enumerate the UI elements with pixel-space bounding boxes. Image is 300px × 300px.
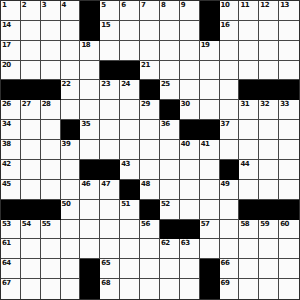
grid-cell[interactable] (120, 259, 140, 279)
grid-cell[interactable] (239, 61, 259, 81)
clue-number: 40 (181, 140, 190, 148)
clue-number: 21 (141, 61, 150, 69)
grid-cell[interactable]: 40 (180, 140, 200, 160)
grid-cell[interactable] (180, 200, 200, 220)
grid-cell[interactable] (220, 100, 240, 120)
clue-number: 4 (62, 1, 66, 9)
grid-cell[interactable] (259, 61, 279, 81)
grid-cell[interactable] (21, 21, 41, 41)
grid-cell[interactable] (61, 61, 81, 81)
clue-number: 23 (101, 80, 110, 88)
clue-number: 68 (101, 279, 110, 287)
black-cell (200, 21, 220, 41)
grid-cell[interactable]: 35 (80, 120, 100, 140)
clue-number: 3 (42, 1, 46, 9)
grid-cell[interactable] (120, 41, 140, 61)
grid-cell[interactable] (180, 180, 200, 200)
grid-cell[interactable] (120, 140, 140, 160)
grid-cell[interactable]: 10 (220, 1, 240, 21)
grid-cell[interactable]: 11 (239, 1, 259, 21)
grid-cell[interactable] (120, 279, 140, 299)
clue-number: 39 (62, 140, 71, 148)
black-cell (200, 120, 220, 140)
grid-cell[interactable] (21, 239, 41, 259)
grid-cell[interactable] (21, 279, 41, 299)
grid-cell[interactable]: 41 (200, 140, 220, 160)
clue-number: 25 (161, 80, 170, 88)
grid-cell[interactable] (120, 120, 140, 140)
black-cell (140, 200, 160, 220)
clue-number: 51 (121, 200, 130, 208)
grid-cell[interactable] (120, 220, 140, 240)
grid-cell[interactable] (259, 21, 279, 41)
grid-cell[interactable] (160, 279, 180, 299)
grid-cell[interactable] (259, 239, 279, 259)
clue-number: 2 (22, 1, 26, 9)
grid-cell[interactable] (239, 180, 259, 200)
black-cell (259, 200, 279, 220)
grid-cell[interactable] (160, 180, 180, 200)
grid-cell[interactable] (21, 180, 41, 200)
grid-cell[interactable]: 65 (100, 259, 120, 279)
grid-cell[interactable] (140, 120, 160, 140)
grid-cell[interactable]: 57 (200, 220, 220, 240)
grid-cell[interactable] (180, 160, 200, 180)
clue-number: 44 (240, 160, 249, 168)
grid-cell[interactable] (80, 100, 100, 120)
clue-number: 58 (240, 220, 249, 228)
grid-cell[interactable]: 37 (220, 120, 240, 140)
grid-cell[interactable] (220, 41, 240, 61)
grid-cell[interactable] (220, 200, 240, 220)
grid-cell[interactable] (61, 160, 81, 180)
grid-cell[interactable] (41, 239, 61, 259)
grid-cell[interactable] (279, 279, 299, 299)
grid-cell[interactable] (140, 160, 160, 180)
black-cell (259, 80, 279, 100)
clue-number: 30 (181, 100, 190, 108)
grid-cell[interactable] (200, 100, 220, 120)
grid-cell[interactable] (41, 259, 61, 279)
clue-number: 19 (201, 41, 210, 49)
grid-cell[interactable] (61, 100, 81, 120)
grid-cell[interactable] (140, 239, 160, 259)
clue-number: 64 (2, 259, 11, 267)
grid-cell[interactable] (200, 200, 220, 220)
grid-cell[interactable] (61, 220, 81, 240)
grid-cell[interactable] (200, 239, 220, 259)
clue-number: 12 (260, 1, 269, 9)
clue-number: 65 (101, 259, 110, 267)
grid-cell[interactable] (160, 259, 180, 279)
clue-number: 18 (81, 41, 90, 49)
black-cell (80, 1, 100, 21)
grid-cell[interactable] (279, 120, 299, 140)
grid-cell[interactable] (41, 279, 61, 299)
grid-cell[interactable] (239, 21, 259, 41)
black-cell (100, 160, 120, 180)
clue-number: 69 (221, 279, 230, 287)
grid-cell[interactable] (41, 160, 61, 180)
grid-cell[interactable]: 33 (279, 100, 299, 120)
grid-cell[interactable]: 45 (1, 180, 21, 200)
clue-number: 47 (101, 180, 110, 188)
grid-cell[interactable]: 54 (21, 220, 41, 240)
black-cell (100, 61, 120, 81)
clue-number: 7 (141, 1, 145, 9)
grid-cell[interactable]: 63 (180, 239, 200, 259)
grid-cell[interactable] (21, 140, 41, 160)
black-cell (1, 80, 21, 100)
grid-cell[interactable]: 67 (1, 279, 21, 299)
grid-cell[interactable] (160, 21, 180, 41)
grid-cell[interactable]: 34 (1, 120, 21, 140)
grid-cell[interactable]: 32 (259, 100, 279, 120)
grid-cell[interactable] (100, 140, 120, 160)
grid-cell[interactable] (80, 140, 100, 160)
grid-cell[interactable] (100, 120, 120, 140)
clue-number: 13 (280, 1, 289, 9)
grid-cell[interactable]: 22 (61, 80, 81, 100)
black-cell (200, 1, 220, 21)
grid-cell[interactable] (140, 140, 160, 160)
grid-cell[interactable]: 25 (160, 80, 180, 100)
grid-cell[interactable] (61, 180, 81, 200)
grid-cell[interactable]: 36 (160, 120, 180, 140)
grid-cell[interactable] (180, 41, 200, 61)
black-cell (120, 61, 140, 81)
grid-cell[interactable] (80, 220, 100, 240)
grid-cell[interactable] (220, 220, 240, 240)
clue-number: 29 (141, 100, 150, 108)
grid-cell[interactable] (259, 41, 279, 61)
grid-cell[interactable]: 31 (239, 100, 259, 120)
black-cell (80, 21, 100, 41)
grid-cell[interactable] (41, 140, 61, 160)
grid-cell[interactable]: 48 (140, 180, 160, 200)
grid-cell[interactable] (140, 259, 160, 279)
grid-cell[interactable]: 52 (160, 200, 180, 220)
grid-cell[interactable] (279, 180, 299, 200)
clue-number: 41 (201, 140, 210, 148)
grid-cell[interactable]: 5 (100, 1, 120, 21)
grid-cell[interactable]: 61 (1, 239, 21, 259)
grid-cell[interactable] (80, 80, 100, 100)
black-cell (160, 220, 180, 240)
grid-cell[interactable]: 55 (41, 220, 61, 240)
clue-number: 14 (2, 21, 11, 29)
grid-cell[interactable]: 44 (239, 160, 259, 180)
grid-cell[interactable] (239, 140, 259, 160)
grid-cell[interactable]: 27 (21, 100, 41, 120)
grid-cell[interactable]: 42 (1, 160, 21, 180)
clue-number: 63 (181, 239, 190, 247)
grid-cell[interactable] (279, 61, 299, 81)
clue-number: 6 (121, 1, 125, 9)
grid-cell[interactable] (180, 80, 200, 100)
grid-cell[interactable]: 64 (1, 259, 21, 279)
clue-number: 26 (2, 100, 11, 108)
grid-cell[interactable] (259, 120, 279, 140)
grid-cell[interactable]: 18 (80, 41, 100, 61)
grid-cell[interactable]: 3 (41, 1, 61, 21)
grid-cell[interactable]: 69 (220, 279, 240, 299)
clue-number: 42 (2, 160, 11, 168)
grid-cell[interactable] (21, 160, 41, 180)
grid-cell[interactable]: 4 (61, 1, 81, 21)
grid-cell[interactable] (120, 100, 140, 120)
grid-cell[interactable] (140, 21, 160, 41)
grid-cell[interactable] (100, 220, 120, 240)
grid-cell[interactable]: 58 (239, 220, 259, 240)
grid-cell[interactable] (61, 41, 81, 61)
grid-cell[interactable]: 2 (21, 1, 41, 21)
black-cell (140, 80, 160, 100)
grid-cell[interactable] (160, 140, 180, 160)
grid-cell[interactable]: 49 (220, 180, 240, 200)
clue-number: 24 (121, 80, 130, 88)
grid-cell[interactable]: 24 (120, 80, 140, 100)
grid-cell[interactable] (279, 239, 299, 259)
black-cell (61, 120, 81, 140)
grid-cell[interactable]: 68 (100, 279, 120, 299)
grid-cell[interactable] (279, 259, 299, 279)
grid-cell[interactable] (41, 61, 61, 81)
clue-number: 28 (42, 100, 51, 108)
black-cell (80, 259, 100, 279)
grid-cell[interactable] (160, 160, 180, 180)
clue-number: 9 (181, 1, 185, 9)
clue-number: 62 (161, 239, 170, 247)
grid-cell[interactable] (220, 239, 240, 259)
clue-number: 52 (161, 200, 170, 208)
clue-number: 16 (221, 21, 230, 29)
grid-cell[interactable] (140, 279, 160, 299)
clue-number: 5 (101, 1, 105, 9)
clue-number: 8 (161, 1, 165, 9)
grid-cell[interactable]: 1 (1, 1, 21, 21)
black-cell (239, 80, 259, 100)
grid-cell[interactable] (259, 259, 279, 279)
grid-cell[interactable] (61, 259, 81, 279)
grid-cell[interactable]: 26 (1, 100, 21, 120)
grid-cell[interactable]: 21 (140, 61, 160, 81)
black-cell (220, 160, 240, 180)
grid-cell[interactable] (41, 120, 61, 140)
clue-number: 34 (2, 120, 11, 128)
grid-cell[interactable] (279, 21, 299, 41)
grid-cell[interactable] (160, 41, 180, 61)
black-cell (21, 200, 41, 220)
clue-number: 35 (81, 120, 90, 128)
clue-number: 33 (280, 100, 289, 108)
clue-number: 48 (141, 180, 150, 188)
black-cell (200, 259, 220, 279)
clue-number: 10 (221, 1, 230, 9)
grid-cell[interactable] (100, 41, 120, 61)
grid-cell[interactable] (279, 140, 299, 160)
grid-cell[interactable] (21, 120, 41, 140)
grid-cell[interactable] (100, 200, 120, 220)
black-cell (120, 180, 140, 200)
crossword-grid: 1234567891011121314151617181920212223242… (0, 0, 300, 300)
grid-cell[interactable]: 29 (140, 100, 160, 120)
black-cell (279, 80, 299, 100)
grid-cell[interactable] (100, 239, 120, 259)
black-cell (21, 80, 41, 100)
black-cell (160, 100, 180, 120)
grid-cell[interactable]: 53 (1, 220, 21, 240)
grid-cell[interactable]: 17 (1, 41, 21, 61)
clue-number: 11 (240, 1, 249, 9)
clue-number: 55 (42, 220, 51, 228)
grid-cell[interactable] (279, 41, 299, 61)
grid-cell[interactable]: 6 (120, 1, 140, 21)
grid-cell[interactable] (61, 279, 81, 299)
clue-number: 57 (201, 220, 210, 228)
clue-number: 1 (2, 1, 6, 9)
grid-cell[interactable] (140, 41, 160, 61)
clue-number: 50 (62, 200, 71, 208)
grid-cell[interactable] (21, 61, 41, 81)
grid-cell[interactable] (80, 61, 100, 81)
clue-number: 17 (2, 41, 11, 49)
black-cell (180, 220, 200, 240)
grid-cell[interactable]: 43 (120, 160, 140, 180)
grid-cell[interactable] (80, 200, 100, 220)
grid-cell[interactable] (41, 180, 61, 200)
clue-number: 61 (2, 239, 11, 247)
grid-cell[interactable]: 16 (220, 21, 240, 41)
clue-number: 15 (101, 21, 110, 29)
clue-number: 49 (221, 180, 230, 188)
clue-number: 31 (240, 100, 249, 108)
clue-number: 22 (62, 80, 71, 88)
grid-cell[interactable] (200, 180, 220, 200)
clue-number: 59 (260, 220, 269, 228)
clue-number: 32 (260, 100, 269, 108)
clue-number: 67 (2, 279, 11, 287)
black-cell (41, 80, 61, 100)
grid-cell[interactable]: 15 (100, 21, 120, 41)
grid-cell[interactable] (220, 61, 240, 81)
grid-cell[interactable] (61, 21, 81, 41)
black-cell (180, 120, 200, 140)
clue-number: 27 (22, 100, 31, 108)
grid-cell[interactable] (160, 61, 180, 81)
grid-cell[interactable] (21, 259, 41, 279)
grid-cell[interactable] (259, 279, 279, 299)
grid-cell[interactable] (180, 279, 200, 299)
black-cell (41, 200, 61, 220)
grid-cell[interactable]: 23 (100, 80, 120, 100)
black-cell (80, 160, 100, 180)
grid-cell[interactable]: 38 (1, 140, 21, 160)
grid-cell[interactable] (239, 120, 259, 140)
grid-cell[interactable] (100, 100, 120, 120)
clue-number: 43 (121, 160, 130, 168)
grid-cell[interactable]: 46 (80, 180, 100, 200)
clue-number: 37 (221, 120, 230, 128)
grid-cell[interactable] (41, 21, 61, 41)
grid-cell[interactable] (180, 61, 200, 81)
grid-cell[interactable] (200, 80, 220, 100)
grid-cell[interactable] (239, 41, 259, 61)
grid-cell[interactable] (259, 180, 279, 200)
grid-cell[interactable] (200, 160, 220, 180)
grid-cell[interactable] (80, 239, 100, 259)
grid-cell[interactable]: 66 (220, 259, 240, 279)
black-cell (279, 200, 299, 220)
grid-cell[interactable]: 50 (61, 200, 81, 220)
grid-cell[interactable] (220, 80, 240, 100)
grid-cell[interactable] (200, 61, 220, 81)
grid-cell[interactable]: 39 (61, 140, 81, 160)
black-cell (200, 279, 220, 299)
grid-cell[interactable] (120, 239, 140, 259)
clue-number: 60 (280, 220, 289, 228)
clue-number: 66 (221, 259, 230, 267)
clue-number: 56 (141, 220, 150, 228)
clue-number: 54 (22, 220, 31, 228)
grid-cell[interactable]: 28 (41, 100, 61, 120)
grid-cell[interactable]: 47 (100, 180, 120, 200)
grid-cell[interactable]: 19 (200, 41, 220, 61)
grid-cell[interactable]: 9 (180, 1, 200, 21)
grid-cell[interactable]: 56 (140, 220, 160, 240)
grid-cell[interactable]: 8 (160, 1, 180, 21)
clue-number: 36 (161, 120, 170, 128)
clue-number: 38 (2, 140, 11, 148)
grid-cell[interactable]: 12 (259, 1, 279, 21)
grid-cell[interactable] (120, 21, 140, 41)
grid-cell[interactable] (180, 21, 200, 41)
grid-cell[interactable]: 13 (279, 1, 299, 21)
grid-cell[interactable] (259, 160, 279, 180)
grid-cell[interactable]: 20 (1, 61, 21, 81)
grid-cell[interactable]: 7 (140, 1, 160, 21)
grid-cell[interactable] (180, 259, 200, 279)
black-cell (239, 200, 259, 220)
clue-number: 53 (2, 220, 11, 228)
grid-cell[interactable]: 30 (180, 100, 200, 120)
clue-number: 45 (2, 180, 11, 188)
grid-cell[interactable] (239, 239, 259, 259)
grid-cell[interactable] (41, 41, 61, 61)
grid-cell[interactable] (21, 41, 41, 61)
grid-cell[interactable]: 60 (279, 220, 299, 240)
clue-number: 20 (2, 61, 11, 69)
grid-cell[interactable] (220, 140, 240, 160)
grid-cell[interactable]: 62 (160, 239, 180, 259)
black-cell (80, 279, 100, 299)
grid-cell[interactable] (279, 160, 299, 180)
grid-cell[interactable]: 14 (1, 21, 21, 41)
black-cell (1, 200, 21, 220)
grid-cell[interactable]: 59 (259, 220, 279, 240)
clue-number: 46 (81, 180, 90, 188)
grid-cell[interactable] (239, 279, 259, 299)
grid-cell[interactable] (239, 259, 259, 279)
grid-cell[interactable] (259, 140, 279, 160)
grid-cell[interactable]: 51 (120, 200, 140, 220)
grid-cell[interactable] (61, 239, 81, 259)
